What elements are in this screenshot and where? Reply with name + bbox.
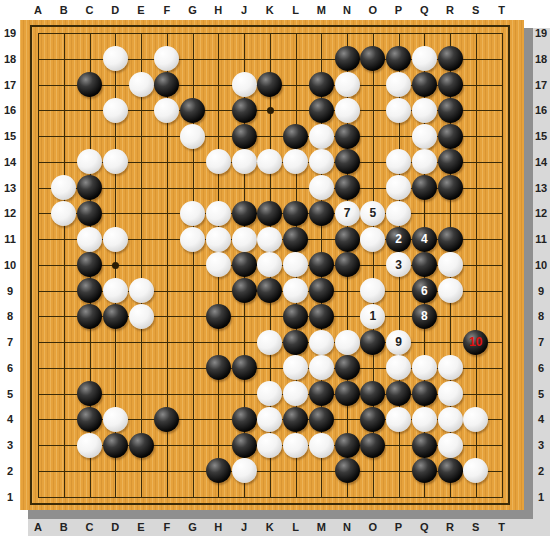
stone-black-R18[interactable] [438,46,463,71]
move-number-label: 10 [469,336,482,348]
coord-label-col-top: Q [420,4,429,16]
stone-black-J9[interactable] [232,278,257,303]
stone-black-O7[interactable] [360,330,385,355]
stone-white-O12[interactable]: 5 [360,201,385,226]
stone-black-O4[interactable] [360,407,385,432]
coord-label-row-right: 18 [535,53,547,65]
stone-white-S4[interactable] [463,407,488,432]
stone-black-R13[interactable] [438,175,463,200]
grid-line-horizontal [38,497,503,498]
stone-white-R9[interactable] [438,278,463,303]
stone-white-R10[interactable] [438,252,463,277]
stone-black-C5[interactable] [77,381,102,406]
stone-white-D11[interactable] [103,227,128,252]
stone-black-R16[interactable] [438,98,463,123]
stone-white-D18[interactable] [103,46,128,71]
coord-label-row-left: 13 [4,182,16,194]
coord-label-col-top: F [163,4,170,16]
move-number-label: 1 [369,310,376,322]
stone-white-L5[interactable] [283,381,308,406]
coord-label-col-top: R [446,4,454,16]
coord-label-row-left: 3 [7,439,13,451]
stone-white-P13[interactable] [386,175,411,200]
coord-label-row-left: 2 [7,465,13,477]
coord-label-col-bottom: P [395,521,402,533]
stone-black-H6[interactable] [206,355,231,380]
stone-black-F4[interactable] [154,407,179,432]
stone-black-C9[interactable] [77,278,102,303]
coord-label-col-bottom: T [498,521,505,533]
stone-black-P11[interactable]: 2 [386,227,411,252]
stone-black-Q8[interactable]: 8 [412,304,437,329]
coord-label-col-top: N [343,4,351,16]
stone-black-R2[interactable] [438,458,463,483]
stone-black-J10[interactable] [232,252,257,277]
stone-black-M5[interactable] [309,381,334,406]
stone-black-L15[interactable] [283,124,308,149]
coord-label-row-right: 14 [535,156,547,168]
stone-black-C8[interactable] [77,304,102,329]
grid-line-vertical [502,33,503,498]
coord-label-row-left: 12 [4,207,16,219]
stone-black-Q13[interactable] [412,175,437,200]
stone-black-L7[interactable] [283,330,308,355]
coord-label-col-top: G [188,4,197,16]
stone-white-K7[interactable] [257,330,282,355]
coord-label-row-left: 19 [4,27,16,39]
coord-label-col-top: D [111,4,119,16]
coord-label-row-left: 15 [4,130,16,142]
stone-white-L3[interactable] [283,433,308,458]
coord-label-row-right: 13 [535,182,547,194]
stone-white-Q4[interactable] [412,407,437,432]
stone-black-M8[interactable] [309,304,334,329]
stone-black-R11[interactable] [438,227,463,252]
coord-label-col-top: J [241,4,247,16]
coord-label-row-right: 12 [535,207,547,219]
stone-black-L8[interactable] [283,304,308,329]
stone-black-M4[interactable] [309,407,334,432]
coord-label-row-left: 16 [4,104,16,116]
stone-white-G12[interactable] [180,201,205,226]
go-app-window: 75243618910 AABBCCDDEEFFGGHHJJKKLLMMNNOO… [0,0,550,536]
move-number-label: 5 [369,207,376,219]
move-number-label: 3 [395,259,402,271]
stone-black-N14[interactable] [335,149,360,174]
stone-black-D3[interactable] [103,433,128,458]
stone-black-D8[interactable] [103,304,128,329]
stone-white-K4[interactable] [257,407,282,432]
stone-white-P16[interactable] [386,98,411,123]
stone-black-L11[interactable] [283,227,308,252]
coord-label-col-bottom: A [34,521,42,533]
coord-label-row-left: 9 [7,285,13,297]
stone-black-H8[interactable] [206,304,231,329]
stone-white-H10[interactable] [206,252,231,277]
stone-black-N6[interactable] [335,355,360,380]
stone-white-K3[interactable] [257,433,282,458]
stone-black-S7[interactable]: 10 [463,330,488,355]
move-number-label: 7 [344,207,351,219]
stone-black-N18[interactable] [335,46,360,71]
coord-label-row-left: 18 [4,53,16,65]
coord-label-col-bottom: F [163,521,170,533]
coord-label-col-top: K [266,4,274,16]
coord-label-row-left: 11 [4,233,16,245]
coord-label-row-left: 7 [7,336,13,348]
stone-white-D16[interactable] [103,98,128,123]
stone-black-C13[interactable] [77,175,102,200]
stone-black-L12[interactable] [283,201,308,226]
coord-label-col-bottom: O [368,521,377,533]
board-shadow-bottom [28,510,533,519]
coord-label-row-right: 17 [535,79,547,91]
stone-black-R15[interactable] [438,124,463,149]
stone-black-Q5[interactable] [412,381,437,406]
coord-label-col-top: P [395,4,402,16]
coord-label-col-bottom: E [137,521,144,533]
coord-label-col-bottom: Q [420,521,429,533]
stone-white-Q16[interactable] [412,98,437,123]
stone-black-M17[interactable] [309,72,334,97]
coord-label-col-bottom: J [241,521,247,533]
stone-white-C11[interactable] [77,227,102,252]
stone-white-L9[interactable] [283,278,308,303]
coord-label-col-top: T [498,4,505,16]
coord-label-row-right: 15 [535,130,547,142]
coord-label-row-left: 8 [7,310,13,322]
stone-black-Q9[interactable]: 6 [412,278,437,303]
coord-label-col-top: O [368,4,377,16]
coord-label-col-bottom: M [317,521,326,533]
coord-label-row-right: 2 [538,465,544,477]
coord-label-row-left: 5 [7,388,13,400]
coord-label-col-bottom: H [214,521,222,533]
stone-black-N13[interactable] [335,175,360,200]
stone-black-M10[interactable] [309,252,334,277]
coord-label-col-bottom: G [188,521,197,533]
stone-black-J15[interactable] [232,124,257,149]
coord-label-col-bottom: D [111,521,119,533]
stone-white-E9[interactable] [129,278,154,303]
stone-black-C17[interactable] [77,72,102,97]
move-number-label: 8 [421,310,428,322]
coord-label-col-bottom: S [472,521,479,533]
stone-black-J16[interactable] [232,98,257,123]
coord-label-row-right: 11 [535,233,547,245]
stone-white-G15[interactable] [180,124,205,149]
move-number-label: 6 [421,285,428,297]
stone-white-P4[interactable] [386,407,411,432]
stone-white-B12[interactable] [51,201,76,226]
stone-black-Q17[interactable] [412,72,437,97]
stone-white-J2[interactable] [232,458,257,483]
stone-black-R17[interactable] [438,72,463,97]
stone-white-R3[interactable] [438,433,463,458]
stone-white-C3[interactable] [77,433,102,458]
stone-black-Q3[interactable] [412,433,437,458]
stone-white-R6[interactable] [438,355,463,380]
stone-white-M6[interactable] [309,355,334,380]
coord-label-col-bottom: C [86,521,94,533]
stone-black-K12[interactable] [257,201,282,226]
stone-black-M12[interactable] [309,201,334,226]
stone-white-N12[interactable]: 7 [335,201,360,226]
stone-white-P17[interactable] [386,72,411,97]
stone-black-G16[interactable] [180,98,205,123]
coord-label-row-left: 1 [7,491,13,503]
stone-black-M9[interactable] [309,278,334,303]
stone-white-D14[interactable] [103,149,128,174]
stone-black-N2[interactable] [335,458,360,483]
stone-black-C4[interactable] [77,407,102,432]
stone-white-R5[interactable] [438,381,463,406]
coord-label-col-bottom: K [266,521,274,533]
coord-label-row-left: 4 [7,413,13,425]
coord-label-col-bottom: L [292,521,299,533]
move-number-label: 9 [395,336,402,348]
coord-label-row-left: 14 [4,156,16,168]
stone-white-Q6[interactable] [412,355,437,380]
stone-white-E8[interactable] [129,304,154,329]
coord-label-col-bottom: B [60,521,68,533]
coord-label-row-right: 8 [538,310,544,322]
star-point [267,107,274,114]
stone-white-N17[interactable] [335,72,360,97]
stone-black-J4[interactable] [232,407,257,432]
stone-black-Q11[interactable]: 4 [412,227,437,252]
stone-black-N10[interactable] [335,252,360,277]
stone-white-J17[interactable] [232,72,257,97]
stone-white-Q18[interactable] [412,46,437,71]
coord-label-col-bottom: N [343,521,351,533]
stone-black-C12[interactable] [77,201,102,226]
star-point [112,262,119,269]
coord-label-row-right: 10 [535,259,547,271]
stone-black-J3[interactable] [232,433,257,458]
stone-black-N11[interactable] [335,227,360,252]
stone-white-R4[interactable] [438,407,463,432]
stone-black-N15[interactable] [335,124,360,149]
stone-white-P7[interactable]: 9 [386,330,411,355]
stone-white-D4[interactable] [103,407,128,432]
stone-black-N5[interactable] [335,381,360,406]
stone-white-M14[interactable] [309,149,334,174]
coord-label-row-right: 6 [538,362,544,374]
coord-label-row-right: 9 [538,285,544,297]
stone-white-H12[interactable] [206,201,231,226]
stone-white-E17[interactable] [129,72,154,97]
stone-black-L4[interactable] [283,407,308,432]
stone-white-O8[interactable]: 1 [360,304,385,329]
stone-black-H2[interactable] [206,458,231,483]
stone-black-R14[interactable] [438,149,463,174]
coord-label-row-left: 17 [4,79,16,91]
coord-label-row-right: 7 [538,336,544,348]
coord-label-row-right: 3 [538,439,544,451]
stone-white-M13[interactable] [309,175,334,200]
coord-label-row-right: 1 [538,491,544,503]
coord-label-col-top: A [34,4,42,16]
stone-white-N7[interactable] [335,330,360,355]
stone-white-G11[interactable] [180,227,205,252]
stone-white-O11[interactable] [360,227,385,252]
stone-white-F16[interactable] [154,98,179,123]
stone-black-O3[interactable] [360,433,385,458]
stone-white-K11[interactable] [257,227,282,252]
stone-black-Q2[interactable] [412,458,437,483]
stone-white-H11[interactable] [206,227,231,252]
stone-black-N3[interactable] [335,433,360,458]
stone-black-Q10[interactable] [412,252,437,277]
coord-label-col-bottom: R [446,521,454,533]
stone-white-J11[interactable] [232,227,257,252]
coord-label-col-top: C [86,4,94,16]
stone-black-M16[interactable] [309,98,334,123]
board-shadow-right [524,28,533,518]
coord-label-row-right: 4 [538,413,544,425]
coord-label-col-top: B [60,4,68,16]
coord-label-row-right: 5 [538,388,544,400]
coord-label-col-top: L [292,4,299,16]
coord-label-row-right: 19 [535,27,547,39]
move-number-label: 4 [421,233,428,245]
coord-label-col-top: S [472,4,479,16]
stone-black-E3[interactable] [129,433,154,458]
stone-black-J6[interactable] [232,355,257,380]
stone-white-D9[interactable] [103,278,128,303]
coord-label-row-left: 10 [4,259,16,271]
coord-label-col-top: H [214,4,222,16]
coord-label-col-top: M [317,4,326,16]
stone-white-M15[interactable] [309,124,334,149]
stone-black-J12[interactable] [232,201,257,226]
move-number-label: 2 [395,233,402,245]
stone-white-M3[interactable] [309,433,334,458]
stone-white-Q14[interactable] [412,149,437,174]
stone-white-P12[interactable] [386,201,411,226]
coord-label-row-left: 6 [7,362,13,374]
stone-white-H14[interactable] [206,149,231,174]
coord-label-row-right: 16 [535,104,547,116]
stone-white-M7[interactable] [309,330,334,355]
stone-black-P5[interactable] [386,381,411,406]
stone-white-N16[interactable] [335,98,360,123]
coord-label-col-top: E [137,4,144,16]
stone-white-J14[interactable] [232,149,257,174]
stone-white-Q15[interactable] [412,124,437,149]
